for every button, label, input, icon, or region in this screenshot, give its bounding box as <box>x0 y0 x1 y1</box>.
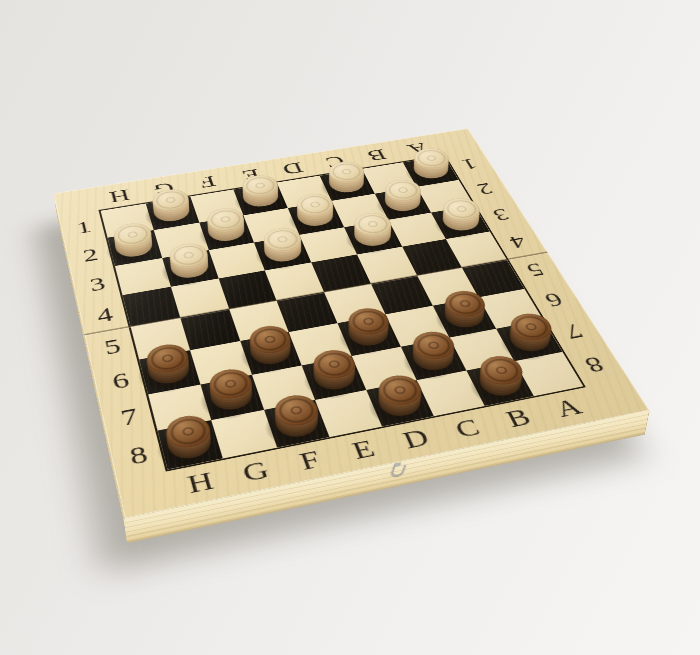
square-E7 <box>302 356 367 400</box>
rank-label-right-2: 2 <box>473 180 496 198</box>
square-F5 <box>229 300 289 340</box>
file-label-top-H: H <box>108 186 132 205</box>
square-G5 <box>180 309 240 350</box>
square-D7 <box>351 346 416 390</box>
file-label-top-F: F <box>198 173 218 191</box>
square-G6 <box>190 341 252 384</box>
rank-label-right-1: 1 <box>459 156 481 173</box>
rank-label-left-2: 2 <box>81 245 100 265</box>
square-H6 <box>139 350 200 394</box>
rank-label-left-3: 3 <box>88 274 107 295</box>
file-label-bottom-E: E <box>348 435 378 463</box>
square-E5 <box>277 292 338 332</box>
file-label-bottom-C: C <box>451 414 484 441</box>
rank-label-right-8: 8 <box>580 353 608 377</box>
square-D6 <box>337 314 400 355</box>
square-F7 <box>251 365 315 410</box>
file-label-bottom-G: G <box>239 456 271 486</box>
square-A8 <box>515 352 584 396</box>
file-label-bottom-D: D <box>399 424 433 452</box>
rank-label-left-5: 5 <box>102 335 123 358</box>
square-C8 <box>417 371 485 417</box>
square-A7 <box>496 320 562 362</box>
square-E6 <box>289 323 352 365</box>
square-D8 <box>366 380 433 426</box>
rank-label-right-3: 3 <box>489 206 512 224</box>
square-F8 <box>264 400 330 448</box>
rank-label-left-4: 4 <box>95 304 115 326</box>
file-label-top-G: G <box>152 180 177 199</box>
rank-label-left-8: 8 <box>127 441 150 468</box>
clasp-wire-hook <box>390 465 407 477</box>
square-A6 <box>479 289 543 329</box>
square-C6 <box>385 306 448 347</box>
rank-label-right-6: 6 <box>541 290 567 311</box>
square-H4 <box>122 287 179 327</box>
square-G7 <box>200 375 264 421</box>
square-H7 <box>148 384 211 431</box>
file-label-bottom-F: F <box>296 446 323 474</box>
square-B6 <box>432 297 496 337</box>
file-label-top-A: A <box>404 140 430 157</box>
file-label-bottom-B: B <box>502 404 535 431</box>
clasp-hook-icon <box>389 461 405 478</box>
square-B8 <box>466 361 534 406</box>
square-H8 <box>158 420 223 469</box>
rank-label-left-7: 7 <box>118 404 140 430</box>
photo-background: HGFEDCBAHGFEDCBA1234567812345678 <box>0 0 700 655</box>
square-C7 <box>400 337 466 380</box>
square-B7 <box>449 328 515 370</box>
file-label-bottom-A: A <box>551 394 586 421</box>
playing-area <box>101 156 584 470</box>
file-label-top-C: C <box>323 153 347 170</box>
file-label-top-D: D <box>281 159 307 177</box>
file-label-bottom-H: H <box>184 467 216 497</box>
file-label-top-E: E <box>240 166 262 184</box>
square-H5 <box>131 318 190 360</box>
square-G8 <box>211 410 277 458</box>
rank-label-left-6: 6 <box>110 369 131 393</box>
rank-label-left-1: 1 <box>75 218 93 237</box>
rank-label-right-7: 7 <box>560 320 587 343</box>
square-F6 <box>240 332 302 375</box>
rank-label-right-4: 4 <box>506 232 530 251</box>
square-E8 <box>315 390 382 437</box>
rank-label-right-5: 5 <box>523 260 548 280</box>
checkers-board: HGFEDCBAHGFEDCBA1234567812345678 <box>53 129 649 519</box>
file-label-top-B: B <box>364 147 389 164</box>
